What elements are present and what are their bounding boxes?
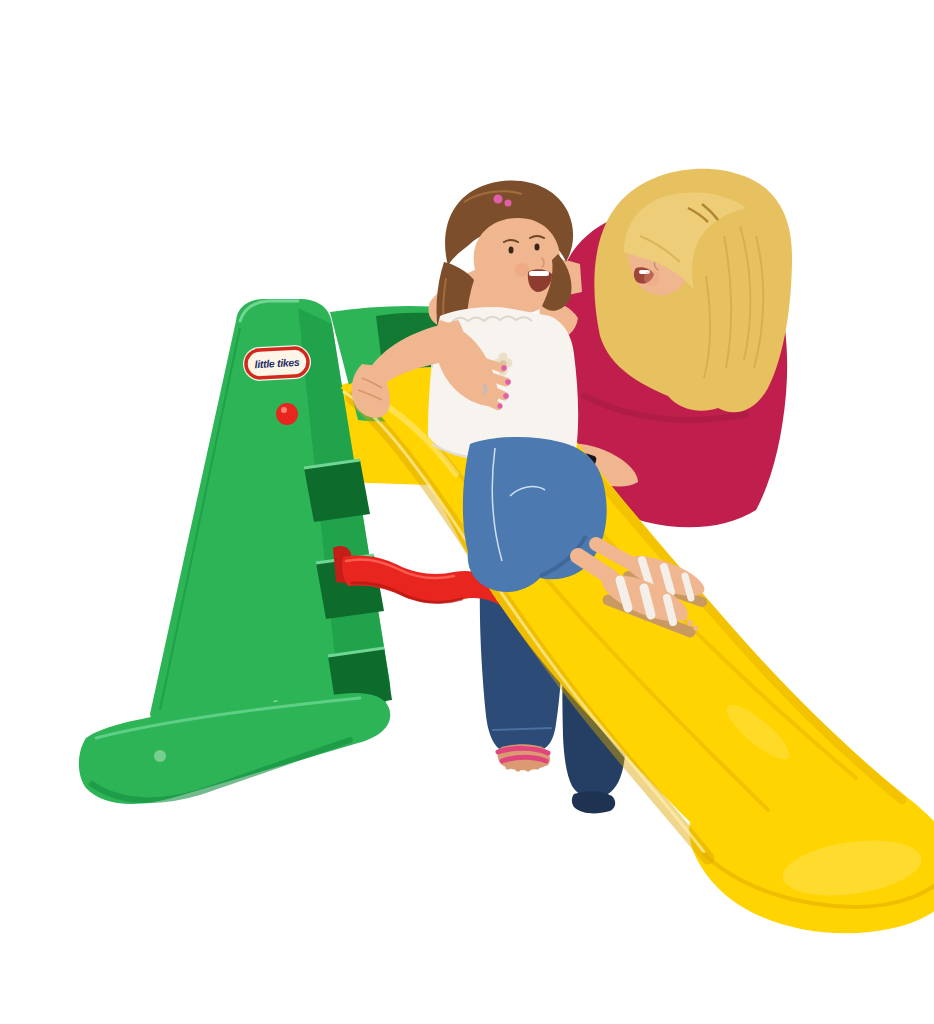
red-knob bbox=[276, 403, 298, 425]
product-photo: little tikes bbox=[40, 16, 934, 1024]
step-opening-1 bbox=[304, 460, 370, 522]
red-knob-highlight bbox=[281, 407, 287, 413]
woman-cheek bbox=[644, 270, 660, 286]
logo-wordmark: little tikes bbox=[254, 356, 300, 370]
child-left-eye bbox=[509, 247, 514, 254]
foot-sparkle bbox=[154, 750, 166, 762]
child-right-eye bbox=[535, 244, 540, 251]
woman-right-foot bbox=[572, 791, 615, 813]
child-teeth bbox=[529, 271, 549, 276]
product-photo-canvas: little tikes bbox=[40, 16, 934, 1024]
little-tikes-logo: little tikes bbox=[242, 344, 312, 382]
child-cheek bbox=[515, 263, 529, 277]
